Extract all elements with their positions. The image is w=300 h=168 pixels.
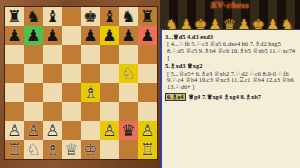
square-g7[interactable]: ♟ [119,26,138,45]
square-e5[interactable] [81,64,100,83]
square-f6[interactable] [100,45,119,64]
black-pawn: ♟ [138,26,157,45]
black-rook: ♜ [138,7,157,26]
square-f7[interactable]: ♟ [100,26,119,45]
white-rook: ♖ [5,140,24,159]
square-b7[interactable]: ♟ [24,26,43,45]
square-e3[interactable] [81,102,100,121]
square-c1[interactable]: ♗ [43,140,62,159]
square-f5[interactable] [100,64,119,83]
square-c3[interactable] [43,102,62,121]
square-d2[interactable] [62,121,81,140]
square-h2[interactable]: ♙ [138,121,157,140]
white-king: ♔ [81,140,100,159]
square-b1[interactable]: ♘ [24,140,43,159]
white-pawn: ♙ [138,121,157,140]
square-e6[interactable] [81,45,100,64]
square-c7[interactable]: ♟ [43,26,62,45]
square-c2[interactable]: ♙ [43,121,62,140]
notation-line: [ 5...♕e5+ 6.♗e3 ♕xb2 7.♘d2 ♘c6 8.0-0 ♘f… [167,71,298,91]
square-b5[interactable] [24,64,43,83]
square-a5[interactable] [5,64,24,83]
square-b6[interactable] [24,45,43,64]
white-pawn: ♙ [100,121,119,140]
square-a2[interactable]: ♙ [5,121,24,140]
brand-title: KV-chess [160,0,300,10]
move-text[interactable]: 5.♗xd3 ♕xg2 [165,62,202,69]
square-c6[interactable] [43,45,62,64]
square-g8[interactable]: ♞ [119,7,138,26]
square-e2[interactable] [81,121,100,140]
chess-board-frame: ♜♞♝♚♝♞♜♟♟♟♟♟♟♟♘♗♙♙♙♙♛♙♖♘♗♕♔♖ [0,0,160,168]
chess-analysis-window: ♜♞♝♚♝♞♜♟♟♟♟♟♟♟♘♗♙♙♙♙♛♙♖♘♗♕♔♖ ♞♟♚♟♛♟♚♟♞ K… [0,0,300,168]
square-g2[interactable]: ♛ [119,121,138,140]
square-e4[interactable]: ♗ [81,83,100,102]
square-c5[interactable] [43,64,62,83]
selected-move[interactable]: 6.♗e4 [165,93,186,102]
square-a6[interactable] [5,45,24,64]
black-queen: ♛ [119,121,138,140]
square-f3[interactable] [100,102,119,121]
square-c8[interactable]: ♝ [43,7,62,26]
white-bishop: ♗ [43,140,62,159]
black-pawn: ♟ [119,26,138,45]
square-h8[interactable]: ♜ [138,7,157,26]
square-f1[interactable] [100,140,119,159]
chess-board: ♜♞♝♚♝♞♜♟♟♟♟♟♟♟♘♗♙♙♙♙♛♙♖♘♗♕♔♖ [5,7,157,159]
square-a8[interactable]: ♜ [5,7,24,26]
move-text[interactable]: [ 5...♕e5+ 6.♗e3 ♕xb2 7.♘d2 ♘c6 8.0-0 ♘f… [167,70,294,90]
square-b8[interactable]: ♞ [24,7,43,26]
square-g1[interactable] [119,140,138,159]
white-pawn: ♙ [24,121,43,140]
square-h5[interactable] [138,64,157,83]
move-text[interactable]: [ 4...♘f6 5.♘c3 ♕a5 6.dxe4 h6 7.♗d2 hxg5… [167,40,295,60]
square-h1[interactable]: ♖ [138,140,157,159]
square-f4[interactable] [100,83,119,102]
white-bishop: ♗ [81,83,100,102]
black-pawn: ♟ [100,26,119,45]
square-h4[interactable] [138,83,157,102]
square-a1[interactable]: ♖ [5,140,24,159]
notation-line: 6.♗e4 ♕g4 7.♕xg4 ♗xg4 8.♗xb7 [165,93,298,102]
black-bishop: ♝ [100,7,119,26]
square-d8[interactable] [62,7,81,26]
white-knight: ♘ [119,64,138,83]
square-f8[interactable]: ♝ [100,7,119,26]
square-g3[interactable] [119,102,138,121]
notation-area[interactable]: 3...♕d5 4.d3 exd3[ 4...♘f6 5.♘c3 ♕a5 6.d… [160,30,300,168]
white-rook: ♖ [138,140,157,159]
square-c4[interactable] [43,83,62,102]
analysis-panel: ♞♟♚♟♛♟♚♟♞ KV-chess 3...♕d5 4.d3 exd3[ 4.… [160,0,300,168]
square-h3[interactable] [138,102,157,121]
black-knight: ♞ [119,7,138,26]
white-knight: ♘ [24,140,43,159]
square-g4[interactable] [119,83,138,102]
square-g6[interactable] [119,45,138,64]
square-a4[interactable] [5,83,24,102]
square-b4[interactable] [24,83,43,102]
square-d6[interactable] [62,45,81,64]
square-h6[interactable] [138,45,157,64]
black-rook: ♜ [5,7,24,26]
move-text[interactable]: 3...♕d5 4.d3 exd3 [165,33,213,40]
square-a3[interactable] [5,102,24,121]
move-text[interactable]: ♕g4 7.♕xg4 ♗xg4 8.♗xb7 [187,93,261,100]
square-e1[interactable]: ♔ [81,140,100,159]
square-e8[interactable]: ♚ [81,7,100,26]
black-pawn: ♟ [5,26,24,45]
square-b2[interactable]: ♙ [24,121,43,140]
square-h7[interactable]: ♟ [138,26,157,45]
square-d3[interactable] [62,102,81,121]
black-bishop: ♝ [43,7,62,26]
square-g5[interactable]: ♘ [119,64,138,83]
square-d5[interactable] [62,64,81,83]
white-queen: ♕ [62,140,81,159]
black-king: ♚ [81,7,100,26]
black-pawn: ♟ [81,26,100,45]
square-d7[interactable] [62,26,81,45]
square-a7[interactable]: ♟ [5,26,24,45]
white-pawn: ♙ [43,121,62,140]
square-d4[interactable] [62,83,81,102]
black-pawn: ♟ [24,26,43,45]
golden-chess-pieces-image: ♞♟♚♟♛♟♚♟♞ [160,16,300,30]
notation-line: [ 4...♘f6 5.♘c3 ♕a5 6.dxe4 h6 7.♗d2 hxg5… [167,41,298,61]
square-d1[interactable]: ♕ [62,140,81,159]
black-knight: ♞ [24,7,43,26]
white-pawn: ♙ [5,121,24,140]
black-pawn: ♟ [43,26,62,45]
square-e7[interactable]: ♟ [81,26,100,45]
panel-header-image: ♞♟♚♟♛♟♚♟♞ KV-chess [160,0,300,30]
square-f2[interactable]: ♙ [100,121,119,140]
square-b3[interactable] [24,102,43,121]
